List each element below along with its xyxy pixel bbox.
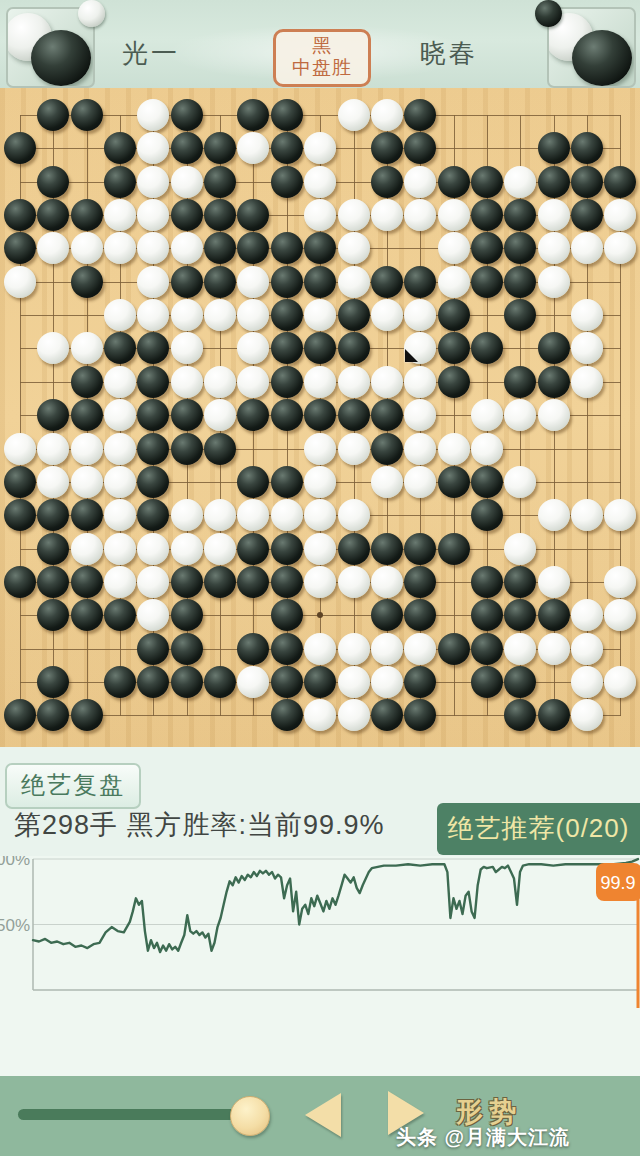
white-stone <box>204 499 236 531</box>
white-stone <box>171 499 203 531</box>
white-stone <box>604 566 636 598</box>
black-stone <box>171 566 203 598</box>
black-stone <box>571 199 603 231</box>
white-stone <box>571 633 603 665</box>
black-stone <box>538 132 570 164</box>
white-stone <box>204 299 236 331</box>
white-stone <box>338 699 370 731</box>
black-stone <box>137 633 169 665</box>
white-stone <box>71 433 103 465</box>
player-right-name: 晓春 <box>420 36 478 71</box>
black-stone <box>304 266 336 298</box>
black-stone <box>338 533 370 565</box>
white-stone <box>538 633 570 665</box>
white-stone <box>171 533 203 565</box>
black-stone <box>471 232 503 264</box>
black-stone <box>137 466 169 498</box>
black-stone <box>504 199 536 231</box>
black-stone <box>4 499 36 531</box>
black-stone <box>37 699 69 731</box>
black-stone <box>204 566 236 598</box>
white-stone <box>204 366 236 398</box>
black-stone <box>404 566 436 598</box>
control-bar: 形势 头条 @月满大江流 <box>0 1076 640 1156</box>
white-stone <box>237 299 269 331</box>
black-stone <box>504 366 536 398</box>
white-stone <box>571 699 603 731</box>
white-stone <box>171 232 203 264</box>
ytick-100: 100% <box>0 856 30 869</box>
white-stone <box>171 332 203 364</box>
black-stone <box>4 199 36 231</box>
black-stone <box>538 166 570 198</box>
black-stone <box>271 99 303 131</box>
white-stone <box>304 366 336 398</box>
black-stone <box>104 332 136 364</box>
black-stone <box>137 332 169 364</box>
white-stone <box>571 599 603 631</box>
white-stone <box>571 332 603 364</box>
white-stone <box>4 433 36 465</box>
black-stone <box>137 366 169 398</box>
black-stone <box>438 466 470 498</box>
move-slider-track[interactable] <box>18 1109 250 1120</box>
white-stone <box>504 399 536 431</box>
white-stone <box>371 566 403 598</box>
game-result-badge: 黑 中盘胜 <box>273 29 371 87</box>
white-stone <box>137 299 169 331</box>
black-stone <box>104 599 136 631</box>
white-stone <box>604 199 636 231</box>
prev-move-icon[interactable] <box>305 1093 341 1137</box>
white-stone <box>371 633 403 665</box>
black-stone <box>4 699 36 731</box>
black-stone <box>204 166 236 198</box>
black-stone <box>438 366 470 398</box>
white-stone <box>304 199 336 231</box>
white-stone <box>404 433 436 465</box>
black-stone <box>71 499 103 531</box>
white-stone <box>471 433 503 465</box>
black-stone <box>271 599 303 631</box>
black-stone <box>171 666 203 698</box>
white-stone <box>471 399 503 431</box>
white-stone <box>404 199 436 231</box>
black-stone <box>438 166 470 198</box>
black-stone <box>137 399 169 431</box>
white-stone <box>304 466 336 498</box>
white-stone <box>571 232 603 264</box>
black-stone <box>338 332 370 364</box>
black-stone <box>371 433 403 465</box>
white-stone <box>438 433 470 465</box>
black-stone <box>271 366 303 398</box>
white-stone <box>237 266 269 298</box>
white-stone <box>137 266 169 298</box>
black-stone <box>271 299 303 331</box>
current-winrate-value: 99.9 <box>600 873 635 893</box>
white-stone <box>338 433 370 465</box>
white-stone <box>171 166 203 198</box>
white-stone <box>104 366 136 398</box>
white-stone <box>538 566 570 598</box>
white-stone <box>304 566 336 598</box>
black-stone <box>471 166 503 198</box>
black-stone <box>271 666 303 698</box>
white-stone <box>338 366 370 398</box>
player-right-color-black-icon <box>535 0 562 27</box>
black-stone <box>538 699 570 731</box>
ai-replay-button[interactable]: 绝艺复盘 <box>5 763 141 809</box>
white-stone <box>37 232 69 264</box>
white-stone <box>304 433 336 465</box>
white-stone <box>604 599 636 631</box>
white-stone <box>571 666 603 698</box>
black-stone <box>271 533 303 565</box>
white-stone <box>271 499 303 531</box>
white-stone <box>538 499 570 531</box>
black-stone <box>271 466 303 498</box>
white-stone <box>137 132 169 164</box>
black-stone <box>404 666 436 698</box>
black-stone <box>271 633 303 665</box>
black-stone <box>71 366 103 398</box>
black-stone <box>504 666 536 698</box>
black-stone <box>271 332 303 364</box>
black-stone <box>538 332 570 364</box>
white-stone <box>237 666 269 698</box>
black-stone <box>371 266 403 298</box>
black-stone <box>204 132 236 164</box>
black-stone <box>237 466 269 498</box>
black-stone <box>171 399 203 431</box>
black-stone <box>471 199 503 231</box>
black-stone <box>271 232 303 264</box>
black-stone <box>237 199 269 231</box>
black-stone <box>4 466 36 498</box>
white-stone <box>304 499 336 531</box>
black-stone <box>271 566 303 598</box>
white-stone <box>504 166 536 198</box>
white-stone <box>538 232 570 264</box>
white-stone <box>338 266 370 298</box>
black-stone <box>271 699 303 731</box>
black-stone <box>237 232 269 264</box>
black-stone <box>271 399 303 431</box>
black-stone <box>304 232 336 264</box>
black-stone <box>504 266 536 298</box>
white-stone <box>104 232 136 264</box>
white-stone <box>237 499 269 531</box>
black-stone <box>171 99 203 131</box>
black-stone <box>237 399 269 431</box>
black-stone <box>37 199 69 231</box>
white-stone <box>137 533 169 565</box>
black-stone <box>371 132 403 164</box>
black-stone <box>371 599 403 631</box>
black-stone <box>571 132 603 164</box>
white-stone <box>104 566 136 598</box>
black-stone <box>37 566 69 598</box>
white-stone <box>104 533 136 565</box>
white-stone <box>338 199 370 231</box>
white-stone <box>137 199 169 231</box>
white-stone <box>37 433 69 465</box>
black-stone <box>504 232 536 264</box>
black-stone <box>71 199 103 231</box>
white-stone <box>204 533 236 565</box>
last-move-triangle-marker <box>405 349 418 362</box>
black-stone <box>371 699 403 731</box>
white-stone <box>4 266 36 298</box>
black-stone <box>404 99 436 131</box>
white-stone <box>104 499 136 531</box>
black-stone <box>37 666 69 698</box>
black-stone <box>271 266 303 298</box>
ytick-50: 50% <box>0 916 30 935</box>
white-stone <box>204 399 236 431</box>
black-stone <box>471 499 503 531</box>
white-stone <box>404 299 436 331</box>
white-stone <box>538 266 570 298</box>
white-stone <box>37 466 69 498</box>
white-stone <box>571 299 603 331</box>
black-stone <box>204 266 236 298</box>
white-stone <box>304 132 336 164</box>
app-screen: 光一 黑 中盘胜 晓春 绝艺复盘 第298手 黑方胜率:当前99.9% 绝艺推荐… <box>0 0 640 1156</box>
white-stone <box>71 533 103 565</box>
white-stone <box>404 399 436 431</box>
black-stone <box>237 99 269 131</box>
result-text: 中盘胜 <box>276 57 368 79</box>
black-stone <box>371 166 403 198</box>
white-stone <box>404 366 436 398</box>
black-stone <box>71 599 103 631</box>
black-stone <box>37 499 69 531</box>
black-stone <box>171 199 203 231</box>
black-stone <box>171 433 203 465</box>
black-stone <box>37 99 69 131</box>
white-stone <box>571 499 603 531</box>
black-stone <box>104 666 136 698</box>
black-stone <box>271 166 303 198</box>
white-stone <box>338 499 370 531</box>
white-stone <box>304 699 336 731</box>
black-stone <box>404 132 436 164</box>
white-stone <box>104 433 136 465</box>
black-stone <box>471 566 503 598</box>
white-stone <box>171 366 203 398</box>
black-stone-icon <box>572 30 632 86</box>
white-stone <box>604 232 636 264</box>
black-stone <box>404 599 436 631</box>
white-stone <box>371 199 403 231</box>
white-stone <box>304 633 336 665</box>
white-stone <box>371 366 403 398</box>
white-stone <box>338 633 370 665</box>
white-stone <box>338 566 370 598</box>
black-stone <box>137 499 169 531</box>
white-stone <box>604 499 636 531</box>
black-stone <box>104 166 136 198</box>
white-stone <box>504 633 536 665</box>
white-stone <box>371 99 403 131</box>
black-stone <box>4 232 36 264</box>
go-board[interactable] <box>0 88 640 747</box>
black-stone <box>37 166 69 198</box>
white-stone <box>37 332 69 364</box>
white-stone <box>438 266 470 298</box>
white-stone <box>137 599 169 631</box>
black-stone <box>37 533 69 565</box>
black-stone <box>571 166 603 198</box>
black-stone <box>204 199 236 231</box>
black-stone <box>438 332 470 364</box>
black-stone <box>37 399 69 431</box>
black-stone <box>538 599 570 631</box>
white-stone <box>104 466 136 498</box>
black-stone <box>371 399 403 431</box>
watermark-text: 头条 @月满大江流 <box>396 1124 570 1151</box>
winrate-line <box>33 859 638 952</box>
white-stone <box>104 299 136 331</box>
white-stone <box>237 132 269 164</box>
white-stone <box>304 533 336 565</box>
black-stone <box>438 633 470 665</box>
white-stone <box>137 99 169 131</box>
white-stone <box>237 332 269 364</box>
black-stone <box>471 466 503 498</box>
black-stone <box>271 132 303 164</box>
black-stone <box>71 566 103 598</box>
black-stone <box>471 633 503 665</box>
black-stone <box>504 699 536 731</box>
black-stone <box>371 533 403 565</box>
black-stone <box>204 433 236 465</box>
black-stone <box>4 132 36 164</box>
move-winrate-text: 第298手 黑方胜率:当前99.9% <box>14 807 385 843</box>
white-stone <box>438 232 470 264</box>
white-stone <box>104 199 136 231</box>
white-stone <box>237 366 269 398</box>
black-stone <box>237 566 269 598</box>
white-stone <box>604 666 636 698</box>
black-stone <box>538 366 570 398</box>
black-stone <box>137 433 169 465</box>
black-stone <box>71 699 103 731</box>
black-stone <box>137 666 169 698</box>
white-stone <box>137 566 169 598</box>
black-stone <box>204 232 236 264</box>
white-stone <box>371 666 403 698</box>
white-stone <box>504 533 536 565</box>
white-stone <box>137 232 169 264</box>
star-point <box>317 612 323 618</box>
white-stone <box>404 633 436 665</box>
black-stone <box>504 599 536 631</box>
white-stone <box>71 332 103 364</box>
black-stone <box>471 266 503 298</box>
black-stone <box>171 266 203 298</box>
white-stone <box>338 99 370 131</box>
black-stone <box>438 533 470 565</box>
white-stone <box>538 199 570 231</box>
player-left-color-white-icon <box>78 0 105 27</box>
white-stone <box>538 399 570 431</box>
black-stone <box>604 166 636 198</box>
black-stone <box>237 633 269 665</box>
white-stone <box>404 166 436 198</box>
white-stone <box>338 666 370 698</box>
white-stone <box>71 466 103 498</box>
black-stone <box>304 666 336 698</box>
black-stone <box>304 399 336 431</box>
white-stone <box>371 299 403 331</box>
black-stone <box>471 599 503 631</box>
black-stone <box>504 566 536 598</box>
black-stone <box>438 299 470 331</box>
black-stone <box>404 699 436 731</box>
white-stone <box>104 399 136 431</box>
black-stone <box>104 132 136 164</box>
white-stone <box>304 299 336 331</box>
white-stone <box>338 232 370 264</box>
black-stone <box>471 666 503 698</box>
black-stone <box>171 599 203 631</box>
white-stone <box>137 166 169 198</box>
black-stone <box>4 566 36 598</box>
black-stone <box>37 599 69 631</box>
black-stone <box>171 132 203 164</box>
black-stone <box>304 332 336 364</box>
black-stone <box>404 533 436 565</box>
black-stone <box>504 299 536 331</box>
black-stone <box>71 266 103 298</box>
winrate-graph: 100%50%99.9 <box>0 856 640 1076</box>
black-stone <box>171 633 203 665</box>
black-stone <box>338 399 370 431</box>
white-stone <box>438 199 470 231</box>
black-stone <box>471 332 503 364</box>
white-stone <box>171 299 203 331</box>
result-color: 黑 <box>276 35 368 57</box>
black-stone <box>338 299 370 331</box>
player-left-name: 光一 <box>122 36 180 71</box>
white-stone <box>571 366 603 398</box>
black-stone <box>71 99 103 131</box>
white-stone <box>504 466 536 498</box>
black-stone-icon <box>31 30 91 86</box>
black-stone <box>71 399 103 431</box>
ai-recommend-button[interactable]: 绝艺推荐(0/20) <box>437 803 640 855</box>
white-stone <box>71 232 103 264</box>
review-section: 绝艺复盘 第298手 黑方胜率:当前99.9% 绝艺推荐(0/20) <box>0 747 640 856</box>
white-stone <box>371 466 403 498</box>
move-slider-knob[interactable] <box>230 1096 270 1136</box>
black-stone <box>237 533 269 565</box>
white-stone <box>304 166 336 198</box>
white-stone <box>404 466 436 498</box>
black-stone <box>404 266 436 298</box>
header: 光一 黑 中盘胜 晓春 <box>0 0 640 88</box>
black-stone <box>204 666 236 698</box>
